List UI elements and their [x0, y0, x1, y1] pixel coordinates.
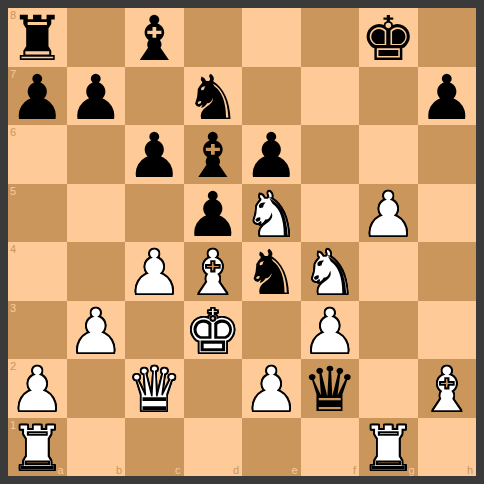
pawn-glyph: ♟: [9, 67, 65, 129]
piece-white-pawn-icon[interactable]: ♟: [8, 359, 67, 418]
pawn-glyph: ♟: [419, 67, 475, 129]
piece-black-bishop-icon[interactable]: ♝: [184, 125, 243, 184]
piece-black-king-icon[interactable]: ♚: [359, 8, 418, 67]
square-a6[interactable]: 6: [8, 125, 67, 184]
file-label-c: c: [175, 464, 181, 476]
square-h5[interactable]: [418, 184, 477, 243]
square-g6[interactable]: [359, 125, 418, 184]
piece-white-pawn-icon[interactable]: ♟: [242, 359, 301, 418]
pawn-glyph: ♟: [68, 67, 124, 129]
chess-board: ♜8♝♚♟7♟♞♟6♟♝♟5♟♞♟4♟♝♞♞3♟♚♟♟2♛♟♛♝♜1abcdef…: [8, 8, 476, 476]
pawn-glyph: ♟: [243, 359, 299, 421]
piece-white-pawn-icon[interactable]: ♟: [301, 301, 360, 360]
square-d7[interactable]: ♞: [184, 67, 243, 126]
piece-white-king-icon[interactable]: ♚: [184, 301, 243, 360]
pawn-glyph: ♟: [360, 184, 416, 246]
square-d3[interactable]: ♚: [184, 301, 243, 360]
square-h1[interactable]: h: [418, 418, 477, 477]
square-f5[interactable]: [301, 184, 360, 243]
rook-glyph: ♜: [9, 418, 65, 480]
rook-glyph: ♜: [360, 418, 416, 480]
square-g3[interactable]: [359, 301, 418, 360]
square-f1[interactable]: f: [301, 418, 360, 477]
square-b3[interactable]: ♟: [67, 301, 126, 360]
piece-white-knight-icon[interactable]: ♞: [242, 184, 301, 243]
file-label-d: d: [233, 464, 239, 476]
square-e2[interactable]: ♟: [242, 359, 301, 418]
square-a1[interactable]: ♜1a: [8, 418, 67, 477]
square-g1[interactable]: ♜g: [359, 418, 418, 477]
square-e6[interactable]: ♟: [242, 125, 301, 184]
square-d4[interactable]: ♝: [184, 242, 243, 301]
piece-white-queen-icon[interactable]: ♛: [125, 359, 184, 418]
square-a8[interactable]: ♜8: [8, 8, 67, 67]
square-a5[interactable]: 5: [8, 184, 67, 243]
square-c8[interactable]: ♝: [125, 8, 184, 67]
queen-glyph: ♛: [126, 359, 182, 421]
pawn-glyph: ♟: [68, 301, 124, 363]
square-d2[interactable]: [184, 359, 243, 418]
square-c2[interactable]: ♛: [125, 359, 184, 418]
queen-glyph: ♛: [302, 359, 358, 421]
knight-glyph: ♞: [243, 242, 299, 304]
square-h7[interactable]: ♟: [418, 67, 477, 126]
square-f3[interactable]: ♟: [301, 301, 360, 360]
square-c7[interactable]: [125, 67, 184, 126]
square-f2[interactable]: ♛: [301, 359, 360, 418]
square-e5[interactable]: ♞: [242, 184, 301, 243]
square-e1[interactable]: e: [242, 418, 301, 477]
piece-black-bishop-icon[interactable]: ♝: [125, 8, 184, 67]
square-f8[interactable]: [301, 8, 360, 67]
square-b2[interactable]: [67, 359, 126, 418]
rank-label-4: 4: [10, 243, 16, 255]
piece-black-rook-icon[interactable]: ♜: [8, 8, 67, 67]
square-g7[interactable]: [359, 67, 418, 126]
square-a2[interactable]: ♟2: [8, 359, 67, 418]
square-a7[interactable]: ♟7: [8, 67, 67, 126]
square-b7[interactable]: ♟: [67, 67, 126, 126]
square-c5[interactable]: [125, 184, 184, 243]
piece-black-pawn-icon[interactable]: ♟: [8, 67, 67, 126]
square-e4[interactable]: ♞: [242, 242, 301, 301]
piece-white-pawn-icon[interactable]: ♟: [359, 184, 418, 243]
piece-black-pawn-icon[interactable]: ♟: [125, 125, 184, 184]
square-b8[interactable]: [67, 8, 126, 67]
piece-black-queen-icon[interactable]: ♛: [301, 359, 360, 418]
square-b4[interactable]: [67, 242, 126, 301]
square-h3[interactable]: [418, 301, 477, 360]
square-c4[interactable]: ♟: [125, 242, 184, 301]
piece-white-bishop-icon[interactable]: ♝: [418, 359, 477, 418]
piece-white-bishop-icon[interactable]: ♝: [184, 242, 243, 301]
square-b1[interactable]: b: [67, 418, 126, 477]
piece-black-pawn-icon[interactable]: ♟: [242, 125, 301, 184]
square-g8[interactable]: ♚: [359, 8, 418, 67]
square-d1[interactable]: d: [184, 418, 243, 477]
square-e3[interactable]: [242, 301, 301, 360]
square-h2[interactable]: ♝: [418, 359, 477, 418]
square-f6[interactable]: [301, 125, 360, 184]
square-h6[interactable]: [418, 125, 477, 184]
rank-label-5: 5: [10, 185, 16, 197]
square-d5[interactable]: ♟: [184, 184, 243, 243]
square-c6[interactable]: ♟: [125, 125, 184, 184]
chess-board-frame: ♜8♝♚♟7♟♞♟6♟♝♟5♟♞♟4♟♝♞♞3♟♚♟♟2♛♟♛♝♜1abcdef…: [0, 0, 484, 484]
piece-white-rook-icon[interactable]: ♜: [359, 418, 418, 477]
square-h4[interactable]: [418, 242, 477, 301]
rank-label-6: 6: [10, 126, 16, 138]
bishop-glyph: ♝: [419, 359, 475, 421]
square-h8[interactable]: [418, 8, 477, 67]
piece-black-knight-icon[interactable]: ♞: [242, 242, 301, 301]
square-c3[interactable]: [125, 301, 184, 360]
piece-white-pawn-icon[interactable]: ♟: [67, 301, 126, 360]
piece-black-pawn-icon[interactable]: ♟: [418, 67, 477, 126]
piece-white-rook-icon[interactable]: ♜: [8, 418, 67, 477]
square-g5[interactable]: ♟: [359, 184, 418, 243]
file-label-b: b: [116, 464, 122, 476]
file-label-f: f: [353, 464, 356, 476]
square-g2[interactable]: [359, 359, 418, 418]
king-glyph: ♚: [185, 301, 241, 363]
square-f4[interactable]: ♞: [301, 242, 360, 301]
square-e8[interactable]: [242, 8, 301, 67]
file-label-h: h: [467, 464, 473, 476]
square-a4[interactable]: 4: [8, 242, 67, 301]
square-c1[interactable]: c: [125, 418, 184, 477]
piece-white-knight-icon[interactable]: ♞: [301, 242, 360, 301]
rank-label-3: 3: [10, 302, 16, 314]
square-d6[interactable]: ♝: [184, 125, 243, 184]
file-label-e: e: [291, 464, 297, 476]
piece-black-pawn-icon[interactable]: ♟: [67, 67, 126, 126]
square-e7[interactable]: [242, 67, 301, 126]
bishop-glyph: ♝: [126, 8, 182, 70]
piece-black-pawn-icon[interactable]: ♟: [184, 184, 243, 243]
pawn-glyph: ♟: [126, 242, 182, 304]
square-d8[interactable]: [184, 8, 243, 67]
square-b5[interactable]: [67, 184, 126, 243]
piece-white-pawn-icon[interactable]: ♟: [125, 242, 184, 301]
square-a3[interactable]: 3: [8, 301, 67, 360]
king-glyph: ♚: [360, 8, 416, 70]
square-g4[interactable]: [359, 242, 418, 301]
pawn-glyph: ♟: [126, 125, 182, 187]
square-b6[interactable]: [67, 125, 126, 184]
square-f7[interactable]: [301, 67, 360, 126]
piece-black-knight-icon[interactable]: ♞: [184, 67, 243, 126]
